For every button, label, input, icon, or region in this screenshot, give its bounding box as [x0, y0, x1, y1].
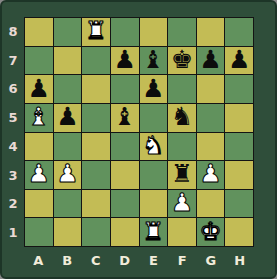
file-label-f: F: [168, 248, 197, 272]
square-f8[interactable]: [168, 18, 196, 46]
piece-black-pawn[interactable]: ♟: [56, 104, 78, 129]
piece-white-pawn[interactable]: ♟: [171, 190, 193, 215]
square-h6[interactable]: [225, 75, 253, 103]
square-d6[interactable]: [111, 75, 139, 103]
square-h5[interactable]: [225, 104, 253, 132]
chess-board: ♜♟♝♚♟♟♟♟♝♟♝♞♞♟♟♜♟♟♜♚: [24, 17, 254, 247]
square-a3[interactable]: ♟: [25, 161, 53, 189]
square-c5[interactable]: [82, 104, 110, 132]
square-e7[interactable]: ♝: [140, 47, 168, 75]
rank-label-5: 5: [2, 103, 24, 132]
square-c2[interactable]: [82, 190, 110, 218]
square-g2[interactable]: [197, 190, 225, 218]
square-c7[interactable]: [82, 47, 110, 75]
square-g7[interactable]: ♟: [197, 47, 225, 75]
file-label-b: B: [53, 248, 82, 272]
square-a7[interactable]: [25, 47, 53, 75]
square-b3[interactable]: ♟: [54, 161, 82, 189]
rank-labels: 87654321: [2, 17, 24, 247]
square-a5[interactable]: ♝: [25, 104, 53, 132]
square-f5[interactable]: ♞: [168, 104, 196, 132]
piece-white-rook[interactable]: ♜: [85, 18, 107, 43]
square-c8[interactable]: ♜: [82, 18, 110, 46]
square-e4[interactable]: ♞: [140, 133, 168, 161]
rank-label-6: 6: [2, 75, 24, 104]
square-g4[interactable]: [197, 133, 225, 161]
rank-label-1: 1: [2, 218, 24, 247]
square-g3[interactable]: ♟: [197, 161, 225, 189]
rank-label-3: 3: [2, 161, 24, 190]
piece-black-bishop[interactable]: ♝: [113, 104, 135, 129]
piece-black-pawn[interactable]: ♟: [142, 76, 164, 101]
square-e2[interactable]: [140, 190, 168, 218]
square-f7[interactable]: ♚: [168, 47, 196, 75]
piece-black-bishop[interactable]: ♝: [142, 47, 164, 72]
piece-white-pawn[interactable]: ♟: [199, 161, 221, 186]
piece-white-knight[interactable]: ♞: [142, 133, 164, 158]
square-d7[interactable]: ♟: [111, 47, 139, 75]
piece-white-bishop[interactable]: ♝: [28, 104, 50, 129]
piece-black-pawn[interactable]: ♟: [113, 47, 135, 72]
square-f6[interactable]: [168, 75, 196, 103]
square-c6[interactable]: [82, 75, 110, 103]
square-g1[interactable]: ♚: [197, 218, 225, 246]
square-d3[interactable]: [111, 161, 139, 189]
square-d2[interactable]: [111, 190, 139, 218]
rank-label-2: 2: [2, 190, 24, 219]
rank-label-7: 7: [2, 46, 24, 75]
file-label-c: C: [82, 248, 111, 272]
square-b8[interactable]: [54, 18, 82, 46]
square-d1[interactable]: [111, 218, 139, 246]
file-label-h: H: [225, 248, 254, 272]
square-b7[interactable]: [54, 47, 82, 75]
square-h3[interactable]: [225, 161, 253, 189]
square-c1[interactable]: [82, 218, 110, 246]
rank-label-8: 8: [2, 17, 24, 46]
square-e8[interactable]: [140, 18, 168, 46]
square-b6[interactable]: [54, 75, 82, 103]
piece-white-king[interactable]: ♚: [199, 219, 221, 244]
square-a8[interactable]: [25, 18, 53, 46]
file-label-g: G: [197, 248, 226, 272]
square-g5[interactable]: [197, 104, 225, 132]
square-h2[interactable]: [225, 190, 253, 218]
piece-white-pawn[interactable]: ♟: [28, 161, 50, 186]
square-e1[interactable]: ♜: [140, 218, 168, 246]
square-c4[interactable]: [82, 133, 110, 161]
piece-white-rook[interactable]: ♜: [142, 219, 164, 244]
square-c3[interactable]: [82, 161, 110, 189]
chess-board-frame: 87654321 ♜♟♝♚♟♟♟♟♝♟♝♞♞♟♟♜♟♟♜♚ ABCDEFGH: [0, 0, 277, 279]
piece-white-pawn[interactable]: ♟: [56, 161, 78, 186]
square-g8[interactable]: [197, 18, 225, 46]
square-h1[interactable]: [225, 218, 253, 246]
square-b1[interactable]: [54, 218, 82, 246]
rank-label-4: 4: [2, 132, 24, 161]
square-b4[interactable]: [54, 133, 82, 161]
square-f4[interactable]: [168, 133, 196, 161]
square-e5[interactable]: [140, 104, 168, 132]
square-e3[interactable]: [140, 161, 168, 189]
square-f2[interactable]: ♟: [168, 190, 196, 218]
square-g6[interactable]: [197, 75, 225, 103]
square-b2[interactable]: [54, 190, 82, 218]
piece-black-king[interactable]: ♚: [171, 47, 193, 72]
file-label-a: A: [24, 248, 53, 272]
square-a6[interactable]: ♟: [25, 75, 53, 103]
piece-black-pawn[interactable]: ♟: [28, 76, 50, 101]
square-b5[interactable]: ♟: [54, 104, 82, 132]
square-d4[interactable]: [111, 133, 139, 161]
file-label-e: E: [139, 248, 168, 272]
square-f3[interactable]: ♜: [168, 161, 196, 189]
file-label-d: D: [110, 248, 139, 272]
square-d5[interactable]: ♝: [111, 104, 139, 132]
square-d8[interactable]: [111, 18, 139, 46]
square-f1[interactable]: [168, 218, 196, 246]
square-a2[interactable]: [25, 190, 53, 218]
piece-black-knight[interactable]: ♞: [171, 104, 193, 129]
square-e6[interactable]: ♟: [140, 75, 168, 103]
piece-black-rook[interactable]: ♜: [171, 161, 193, 186]
piece-black-pawn[interactable]: ♟: [228, 47, 250, 72]
file-labels: ABCDEFGH: [24, 248, 254, 272]
piece-black-pawn[interactable]: ♟: [199, 47, 221, 72]
square-h8[interactable]: [225, 18, 253, 46]
square-h4[interactable]: [225, 133, 253, 161]
square-a1[interactable]: [25, 218, 53, 246]
square-a4[interactable]: [25, 133, 53, 161]
square-h7[interactable]: ♟: [225, 47, 253, 75]
